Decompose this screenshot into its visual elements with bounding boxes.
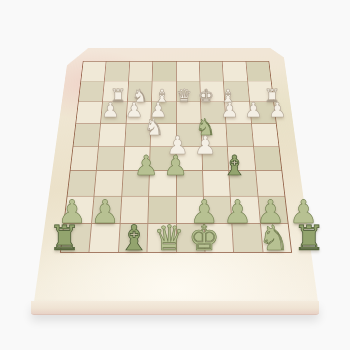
square-g2 — [231, 197, 260, 223]
square-e8 — [176, 62, 199, 81]
square-a2 — [64, 197, 93, 223]
square-g6 — [225, 102, 250, 123]
square-e5 — [176, 124, 201, 146]
square-a8 — [81, 62, 106, 81]
square-h2 — [258, 197, 287, 223]
square-e3 — [176, 171, 202, 196]
square-b8 — [105, 62, 129, 81]
square-c2 — [120, 197, 148, 223]
square-d7 — [152, 81, 176, 101]
square-f5 — [201, 124, 227, 146]
square-e6 — [176, 102, 200, 123]
square-a6 — [76, 102, 102, 123]
square-f1 — [205, 224, 234, 252]
square-d3 — [149, 171, 175, 196]
board-front-edge — [31, 301, 319, 315]
square-d4 — [150, 147, 176, 171]
square-f4 — [202, 147, 228, 171]
square-g1 — [233, 224, 263, 252]
square-e1 — [176, 224, 204, 252]
square-d5 — [151, 124, 176, 146]
square-c6 — [126, 102, 151, 123]
stone-board-slab — [34, 48, 318, 302]
square-h5 — [252, 124, 279, 146]
square-a7 — [79, 81, 104, 101]
square-h6 — [250, 102, 276, 123]
square-g3 — [229, 171, 257, 196]
chess-set-photo: ♜♞♝♛♚♝♜♟♟♟♟♟♟♞♞♟♟♟♟♝♟♟♟♟♟♟♜♝♛♚♞♜ — [0, 0, 350, 350]
square-c1 — [119, 224, 148, 252]
square-b1 — [90, 224, 120, 252]
square-b6 — [101, 102, 126, 123]
square-f2 — [204, 197, 232, 223]
square-b3 — [95, 171, 123, 196]
square-d8 — [153, 62, 176, 81]
square-g8 — [223, 62, 247, 81]
square-d1 — [148, 224, 176, 252]
square-b7 — [103, 81, 128, 101]
chess-board-grid — [60, 61, 292, 253]
square-h1 — [261, 224, 291, 252]
square-e7 — [176, 81, 200, 101]
square-h7 — [248, 81, 273, 101]
square-c5 — [125, 124, 151, 146]
square-g7 — [224, 81, 249, 101]
square-h4 — [254, 147, 282, 171]
square-f6 — [201, 102, 226, 123]
square-g4 — [228, 147, 255, 171]
square-f8 — [200, 62, 224, 81]
square-c4 — [124, 147, 150, 171]
square-f7 — [200, 81, 224, 101]
square-e4 — [176, 147, 202, 171]
square-c3 — [122, 171, 149, 196]
square-f3 — [203, 171, 230, 196]
square-b4 — [97, 147, 124, 171]
square-d6 — [151, 102, 175, 123]
square-c8 — [129, 62, 153, 81]
square-d2 — [148, 197, 175, 223]
square-a4 — [71, 147, 99, 171]
square-c7 — [128, 81, 152, 101]
square-g5 — [227, 124, 253, 146]
square-a3 — [68, 171, 97, 196]
square-b5 — [99, 124, 125, 146]
square-e2 — [176, 197, 203, 223]
square-h8 — [246, 62, 271, 81]
square-b2 — [92, 197, 121, 223]
square-a1 — [61, 224, 91, 252]
square-a5 — [73, 124, 100, 146]
square-h3 — [256, 171, 285, 196]
